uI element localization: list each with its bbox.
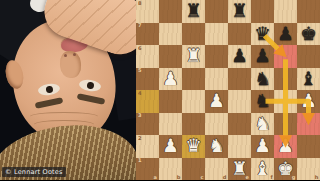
square-c7[interactable]: [182, 23, 205, 46]
square-f7[interactable]: ♛: [251, 23, 274, 46]
piece-white-pawn: ♟: [254, 137, 271, 156]
piece-white-king: ♚: [277, 159, 294, 178]
square-g2[interactable]: ♟: [274, 135, 297, 158]
nostril: [64, 54, 67, 57]
rank-label: 1: [138, 158, 142, 163]
square-c2[interactable]: ♛: [182, 135, 205, 158]
square-a1[interactable]: 1a: [136, 158, 159, 181]
piece-black-bishop: ♝: [300, 69, 317, 88]
square-d6[interactable]: [205, 45, 228, 68]
square-h6[interactable]: [297, 45, 320, 68]
square-b3[interactable]: [159, 113, 182, 136]
square-f4[interactable]: ♞: [251, 90, 274, 113]
piece-black-rook: ♜: [185, 2, 202, 21]
square-e6[interactable]: ♟: [228, 45, 251, 68]
square-h3[interactable]: [297, 113, 320, 136]
piece-black-king: ♚: [300, 24, 317, 43]
square-e7[interactable]: [228, 23, 251, 46]
piece-white-knight: ♞: [208, 137, 225, 156]
square-b6[interactable]: [159, 45, 182, 68]
piece-white-pawn: ♟: [162, 69, 179, 88]
thumbnail: © Lennart Ootes 8♜♜7♛♟♚6♜♟♟5♟♞♝4♟♞♟3♞2♟♛…: [0, 0, 320, 180]
square-b4[interactable]: [159, 90, 182, 113]
square-c1[interactable]: c: [182, 158, 205, 181]
square-d5[interactable]: [205, 68, 228, 91]
square-f5[interactable]: ♞: [251, 68, 274, 91]
piece-white-pawn: ♟: [162, 137, 179, 156]
piece-white-pawn: ♟: [277, 137, 294, 156]
piece-black-rook: ♜: [231, 2, 248, 21]
rank-label: 3: [138, 113, 142, 118]
piece-white-knight: ♞: [254, 114, 271, 133]
square-h4[interactable]: ♟: [297, 90, 320, 113]
square-e4[interactable]: [228, 90, 251, 113]
square-c6[interactable]: ♜: [182, 45, 205, 68]
square-c4[interactable]: [182, 90, 205, 113]
square-e5[interactable]: [228, 68, 251, 91]
piece-black-pawn: ♟: [231, 47, 248, 66]
square-d7[interactable]: [205, 23, 228, 46]
piece-white-pawn: ♟: [208, 92, 225, 111]
photo-credit: © Lennart Ootes: [2, 167, 66, 178]
rank-label: 8: [138, 1, 142, 6]
square-g8[interactable]: [274, 0, 297, 23]
square-d1[interactable]: d: [205, 158, 228, 181]
square-e3[interactable]: [228, 113, 251, 136]
file-label: h: [315, 174, 319, 179]
square-h2[interactable]: [297, 135, 320, 158]
square-h1[interactable]: h: [297, 158, 320, 181]
piece-white-rook: ♜: [185, 47, 202, 66]
pupil: [87, 82, 95, 90]
square-b8[interactable]: [159, 0, 182, 23]
square-f3[interactable]: ♞: [251, 113, 274, 136]
file-label: c: [200, 174, 203, 179]
square-c3[interactable]: [182, 113, 205, 136]
rank-label: 5: [138, 68, 142, 73]
square-d4[interactable]: ♟: [205, 90, 228, 113]
chess-board: 8♜♜7♛♟♚6♜♟♟5♟♞♝4♟♞♟3♞2♟♛♞♟♟1abcde♜f♝g♚h: [136, 0, 320, 180]
square-f8[interactable]: [251, 0, 274, 23]
file-label: d: [223, 174, 227, 179]
rank-label: 2: [138, 136, 142, 141]
square-g5[interactable]: [274, 68, 297, 91]
rank-label: 4: [138, 91, 142, 96]
square-e8[interactable]: ♜: [228, 0, 251, 23]
square-a7[interactable]: 7: [136, 23, 159, 46]
piece-black-queen: ♛: [254, 24, 271, 43]
piece-white-bishop: ♝: [254, 159, 271, 178]
piece-white-queen: ♛: [185, 137, 202, 156]
square-g1[interactable]: g♚: [274, 158, 297, 181]
square-g6[interactable]: [274, 45, 297, 68]
square-a5[interactable]: 5: [136, 68, 159, 91]
square-a8[interactable]: 8: [136, 0, 159, 23]
square-c5[interactable]: [182, 68, 205, 91]
square-h7[interactable]: ♚: [297, 23, 320, 46]
square-b1[interactable]: b: [159, 158, 182, 181]
piece-white-rook: ♜: [231, 159, 248, 178]
square-h5[interactable]: ♝: [297, 68, 320, 91]
square-a4[interactable]: 4: [136, 90, 159, 113]
square-a2[interactable]: 2: [136, 135, 159, 158]
file-label: a: [154, 174, 157, 179]
square-a6[interactable]: 6: [136, 45, 159, 68]
square-c8[interactable]: ♜: [182, 0, 205, 23]
square-b7[interactable]: [159, 23, 182, 46]
piece-black-pawn: ♟: [254, 47, 271, 66]
square-d3[interactable]: [205, 113, 228, 136]
square-d8[interactable]: [205, 0, 228, 23]
nostril: [73, 53, 76, 56]
rank-label: 6: [138, 46, 142, 51]
board-grid: 8♜♜7♛♟♚6♜♟♟5♟♞♝4♟♞♟3♞2♟♛♞♟♟1abcde♜f♝g♚h: [136, 0, 320, 180]
square-f2[interactable]: ♟: [251, 135, 274, 158]
square-b5[interactable]: ♟: [159, 68, 182, 91]
square-e2[interactable]: [228, 135, 251, 158]
square-g7[interactable]: ♟: [274, 23, 297, 46]
square-h8[interactable]: [297, 0, 320, 23]
rank-label: 7: [138, 23, 142, 28]
player-photo: © Lennart Ootes: [0, 0, 136, 180]
pupil: [46, 85, 54, 93]
square-d2[interactable]: ♞: [205, 135, 228, 158]
piece-black-knight: ♞: [254, 92, 271, 111]
square-b2[interactable]: ♟: [159, 135, 182, 158]
square-a3[interactable]: 3: [136, 113, 159, 136]
piece-black-pawn: ♟: [277, 24, 294, 43]
square-f1[interactable]: f♝: [251, 158, 274, 181]
piece-white-pawn: ♟: [300, 92, 317, 111]
square-f6[interactable]: ♟: [251, 45, 274, 68]
square-g4[interactable]: [274, 90, 297, 113]
square-e1[interactable]: e♜: [228, 158, 251, 181]
square-g3[interactable]: [274, 113, 297, 136]
piece-black-knight: ♞: [254, 69, 271, 88]
file-label: b: [177, 174, 181, 179]
